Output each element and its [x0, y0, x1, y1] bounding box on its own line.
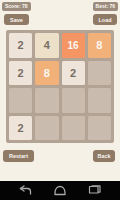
board-cell-r1c2: 2: [62, 61, 85, 86]
score-badge: Score: 78: [2, 2, 31, 11]
board-cell-r3c1: [35, 116, 58, 141]
board-cell-r3c3: [88, 116, 111, 141]
board-cell-r2c3: [88, 88, 111, 113]
board-cell-r3c2: [62, 116, 85, 141]
best-badge: Best: 76: [93, 2, 118, 11]
restart-button[interactable]: Restart: [3, 150, 34, 162]
board-cell-r2c2: [62, 88, 85, 113]
board-cell-r1c0: 2: [9, 61, 32, 86]
home-icon[interactable]: [53, 185, 67, 196]
board-cell-r2c0: [9, 88, 32, 113]
board-cell-r0c3: 8: [88, 33, 111, 58]
board-cell-r0c2: 16: [62, 33, 85, 58]
board-cell-r0c0: 2: [9, 33, 32, 58]
app-screen: Score: 78 Best: 76 Save Load 2 4 16 8 2 …: [0, 0, 120, 200]
save-button[interactable]: Save: [4, 14, 29, 25]
board-cell-r1c3: [88, 61, 111, 86]
game-board[interactable]: 2 4 16 8 2 8 2 2: [6, 30, 114, 143]
board-cell-r1c1: 8: [35, 61, 58, 86]
board-cell-r0c1: 4: [35, 33, 58, 58]
board-cell-r2c1: [35, 88, 58, 113]
back-icon[interactable]: [19, 185, 32, 196]
recents-icon[interactable]: [88, 185, 101, 196]
load-button[interactable]: Load: [93, 14, 117, 25]
back-button[interactable]: Back: [93, 150, 115, 162]
android-nav-bar: [0, 181, 120, 200]
board-cell-r3c0: 2: [9, 116, 32, 141]
